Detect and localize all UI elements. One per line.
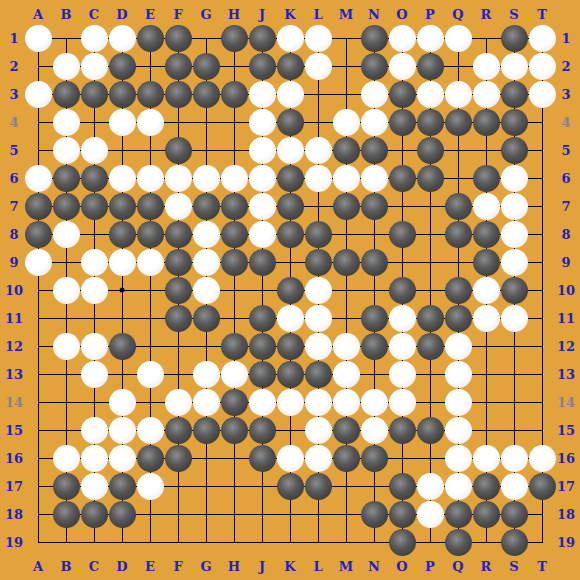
- intersection-A16[interactable]: [24, 444, 52, 472]
- intersection-N11[interactable]: [360, 304, 388, 332]
- intersection-F17[interactable]: [164, 472, 192, 500]
- intersection-B18[interactable]: [52, 500, 80, 528]
- intersection-L12[interactable]: [304, 332, 332, 360]
- intersection-N10[interactable]: [360, 276, 388, 304]
- intersection-L11[interactable]: [304, 304, 332, 332]
- intersection-P8[interactable]: [416, 220, 444, 248]
- intersection-R11[interactable]: [472, 304, 500, 332]
- intersection-Q18[interactable]: [444, 500, 472, 528]
- intersection-B19[interactable]: [52, 528, 80, 556]
- intersection-J14[interactable]: [248, 388, 276, 416]
- intersection-O19[interactable]: [388, 528, 416, 556]
- intersection-K4[interactable]: [276, 108, 304, 136]
- intersection-H6[interactable]: [220, 164, 248, 192]
- intersection-E14[interactable]: [136, 388, 164, 416]
- intersection-S11[interactable]: [500, 304, 528, 332]
- intersection-C17[interactable]: [80, 472, 108, 500]
- intersection-O9[interactable]: [388, 248, 416, 276]
- intersection-R10[interactable]: [472, 276, 500, 304]
- intersection-Q6[interactable]: [444, 164, 472, 192]
- intersection-E10[interactable]: [136, 276, 164, 304]
- intersection-K8[interactable]: [276, 220, 304, 248]
- intersection-E2[interactable]: [136, 52, 164, 80]
- intersection-J9[interactable]: [248, 248, 276, 276]
- intersection-N14[interactable]: [360, 388, 388, 416]
- intersection-F11[interactable]: [164, 304, 192, 332]
- intersection-L4[interactable]: [304, 108, 332, 136]
- intersection-G6[interactable]: [192, 164, 220, 192]
- intersection-T14[interactable]: [528, 388, 556, 416]
- intersection-O14[interactable]: [388, 388, 416, 416]
- intersection-A15[interactable]: [24, 416, 52, 444]
- intersection-A18[interactable]: [24, 500, 52, 528]
- intersection-N2[interactable]: [360, 52, 388, 80]
- intersection-O10[interactable]: [388, 276, 416, 304]
- intersection-P13[interactable]: [416, 360, 444, 388]
- intersection-M2[interactable]: [332, 52, 360, 80]
- intersection-H12[interactable]: [220, 332, 248, 360]
- intersection-D10[interactable]: [108, 276, 136, 304]
- intersection-A1[interactable]: [24, 24, 52, 52]
- intersection-T10[interactable]: [528, 276, 556, 304]
- intersection-G17[interactable]: [192, 472, 220, 500]
- intersection-H4[interactable]: [220, 108, 248, 136]
- intersection-Q3[interactable]: [444, 80, 472, 108]
- intersection-B11[interactable]: [52, 304, 80, 332]
- intersection-G5[interactable]: [192, 136, 220, 164]
- intersection-B6[interactable]: [52, 164, 80, 192]
- intersection-D12[interactable]: [108, 332, 136, 360]
- intersection-B16[interactable]: [52, 444, 80, 472]
- intersection-Q15[interactable]: [444, 416, 472, 444]
- intersection-D7[interactable]: [108, 192, 136, 220]
- intersection-J15[interactable]: [248, 416, 276, 444]
- intersection-H10[interactable]: [220, 276, 248, 304]
- intersection-B7[interactable]: [52, 192, 80, 220]
- intersection-N6[interactable]: [360, 164, 388, 192]
- intersection-R1[interactable]: [472, 24, 500, 52]
- intersection-S4[interactable]: [500, 108, 528, 136]
- intersection-D17[interactable]: [108, 472, 136, 500]
- intersection-C4[interactable]: [80, 108, 108, 136]
- intersection-N1[interactable]: [360, 24, 388, 52]
- intersection-E11[interactable]: [136, 304, 164, 332]
- intersection-R14[interactable]: [472, 388, 500, 416]
- intersection-K2[interactable]: [276, 52, 304, 80]
- intersection-H7[interactable]: [220, 192, 248, 220]
- intersection-M16[interactable]: [332, 444, 360, 472]
- intersection-M18[interactable]: [332, 500, 360, 528]
- intersection-H18[interactable]: [220, 500, 248, 528]
- intersection-H3[interactable]: [220, 80, 248, 108]
- intersection-K5[interactable]: [276, 136, 304, 164]
- intersection-R8[interactable]: [472, 220, 500, 248]
- intersection-G11[interactable]: [192, 304, 220, 332]
- intersection-C11[interactable]: [80, 304, 108, 332]
- intersection-G7[interactable]: [192, 192, 220, 220]
- intersection-O1[interactable]: [388, 24, 416, 52]
- intersection-D16[interactable]: [108, 444, 136, 472]
- intersection-A5[interactable]: [24, 136, 52, 164]
- intersection-B4[interactable]: [52, 108, 80, 136]
- intersection-E15[interactable]: [136, 416, 164, 444]
- intersection-D2[interactable]: [108, 52, 136, 80]
- intersection-H13[interactable]: [220, 360, 248, 388]
- intersection-K12[interactable]: [276, 332, 304, 360]
- intersection-R12[interactable]: [472, 332, 500, 360]
- intersection-P6[interactable]: [416, 164, 444, 192]
- intersection-L5[interactable]: [304, 136, 332, 164]
- intersection-B9[interactable]: [52, 248, 80, 276]
- intersection-S6[interactable]: [500, 164, 528, 192]
- intersection-R3[interactable]: [472, 80, 500, 108]
- intersection-Q13[interactable]: [444, 360, 472, 388]
- intersection-B12[interactable]: [52, 332, 80, 360]
- intersection-F8[interactable]: [164, 220, 192, 248]
- intersection-M13[interactable]: [332, 360, 360, 388]
- intersection-B14[interactable]: [52, 388, 80, 416]
- intersection-K10[interactable]: [276, 276, 304, 304]
- intersection-R2[interactable]: [472, 52, 500, 80]
- intersection-Q17[interactable]: [444, 472, 472, 500]
- intersection-L14[interactable]: [304, 388, 332, 416]
- intersection-S3[interactable]: [500, 80, 528, 108]
- intersection-K13[interactable]: [276, 360, 304, 388]
- intersection-M17[interactable]: [332, 472, 360, 500]
- intersection-L9[interactable]: [304, 248, 332, 276]
- intersection-C6[interactable]: [80, 164, 108, 192]
- intersection-A10[interactable]: [24, 276, 52, 304]
- intersection-R7[interactable]: [472, 192, 500, 220]
- intersection-J18[interactable]: [248, 500, 276, 528]
- intersection-S9[interactable]: [500, 248, 528, 276]
- intersection-C18[interactable]: [80, 500, 108, 528]
- intersection-K3[interactable]: [276, 80, 304, 108]
- intersection-R6[interactable]: [472, 164, 500, 192]
- intersection-B17[interactable]: [52, 472, 80, 500]
- intersection-K16[interactable]: [276, 444, 304, 472]
- intersection-M8[interactable]: [332, 220, 360, 248]
- intersection-M12[interactable]: [332, 332, 360, 360]
- intersection-P9[interactable]: [416, 248, 444, 276]
- intersection-B8[interactable]: [52, 220, 80, 248]
- intersection-J11[interactable]: [248, 304, 276, 332]
- intersection-A4[interactable]: [24, 108, 52, 136]
- intersection-A9[interactable]: [24, 248, 52, 276]
- intersection-M9[interactable]: [332, 248, 360, 276]
- intersection-E19[interactable]: [136, 528, 164, 556]
- intersection-K15[interactable]: [276, 416, 304, 444]
- intersection-C14[interactable]: [80, 388, 108, 416]
- intersection-J17[interactable]: [248, 472, 276, 500]
- intersection-N12[interactable]: [360, 332, 388, 360]
- intersection-K14[interactable]: [276, 388, 304, 416]
- intersection-G18[interactable]: [192, 500, 220, 528]
- intersection-G4[interactable]: [192, 108, 220, 136]
- intersection-P11[interactable]: [416, 304, 444, 332]
- intersection-J6[interactable]: [248, 164, 276, 192]
- intersection-H15[interactable]: [220, 416, 248, 444]
- intersection-F9[interactable]: [164, 248, 192, 276]
- intersection-J3[interactable]: [248, 80, 276, 108]
- intersection-R9[interactable]: [472, 248, 500, 276]
- intersection-B5[interactable]: [52, 136, 80, 164]
- intersection-G15[interactable]: [192, 416, 220, 444]
- intersection-B3[interactable]: [52, 80, 80, 108]
- intersection-T9[interactable]: [528, 248, 556, 276]
- intersection-T17[interactable]: [528, 472, 556, 500]
- intersection-F6[interactable]: [164, 164, 192, 192]
- intersection-K18[interactable]: [276, 500, 304, 528]
- intersection-C5[interactable]: [80, 136, 108, 164]
- intersection-P19[interactable]: [416, 528, 444, 556]
- intersection-B10[interactable]: [52, 276, 80, 304]
- intersection-E6[interactable]: [136, 164, 164, 192]
- intersection-R19[interactable]: [472, 528, 500, 556]
- intersection-F10[interactable]: [164, 276, 192, 304]
- intersection-S15[interactable]: [500, 416, 528, 444]
- intersection-R16[interactable]: [472, 444, 500, 472]
- intersection-H19[interactable]: [220, 528, 248, 556]
- intersection-P17[interactable]: [416, 472, 444, 500]
- intersection-M7[interactable]: [332, 192, 360, 220]
- intersection-R15[interactable]: [472, 416, 500, 444]
- intersection-A8[interactable]: [24, 220, 52, 248]
- intersection-C7[interactable]: [80, 192, 108, 220]
- intersection-F4[interactable]: [164, 108, 192, 136]
- intersection-Q2[interactable]: [444, 52, 472, 80]
- intersection-E16[interactable]: [136, 444, 164, 472]
- intersection-P5[interactable]: [416, 136, 444, 164]
- intersection-C3[interactable]: [80, 80, 108, 108]
- intersection-C16[interactable]: [80, 444, 108, 472]
- intersection-K17[interactable]: [276, 472, 304, 500]
- intersection-M11[interactable]: [332, 304, 360, 332]
- intersection-B1[interactable]: [52, 24, 80, 52]
- intersection-C8[interactable]: [80, 220, 108, 248]
- intersection-R13[interactable]: [472, 360, 500, 388]
- intersection-F13[interactable]: [164, 360, 192, 388]
- intersection-O13[interactable]: [388, 360, 416, 388]
- intersection-B2[interactable]: [52, 52, 80, 80]
- intersection-C13[interactable]: [80, 360, 108, 388]
- intersection-D4[interactable]: [108, 108, 136, 136]
- intersection-M14[interactable]: [332, 388, 360, 416]
- intersection-F19[interactable]: [164, 528, 192, 556]
- intersection-S2[interactable]: [500, 52, 528, 80]
- intersection-D18[interactable]: [108, 500, 136, 528]
- intersection-E8[interactable]: [136, 220, 164, 248]
- intersection-L3[interactable]: [304, 80, 332, 108]
- intersection-C9[interactable]: [80, 248, 108, 276]
- intersection-A13[interactable]: [24, 360, 52, 388]
- intersection-J1[interactable]: [248, 24, 276, 52]
- intersection-G16[interactable]: [192, 444, 220, 472]
- intersection-A12[interactable]: [24, 332, 52, 360]
- intersection-L7[interactable]: [304, 192, 332, 220]
- intersection-O5[interactable]: [388, 136, 416, 164]
- intersection-M6[interactable]: [332, 164, 360, 192]
- intersection-S18[interactable]: [500, 500, 528, 528]
- intersection-L6[interactable]: [304, 164, 332, 192]
- intersection-T11[interactable]: [528, 304, 556, 332]
- intersection-N5[interactable]: [360, 136, 388, 164]
- intersection-K7[interactable]: [276, 192, 304, 220]
- intersection-F18[interactable]: [164, 500, 192, 528]
- intersection-P15[interactable]: [416, 416, 444, 444]
- intersection-G10[interactable]: [192, 276, 220, 304]
- intersection-P4[interactable]: [416, 108, 444, 136]
- intersection-E5[interactable]: [136, 136, 164, 164]
- intersection-G3[interactable]: [192, 80, 220, 108]
- intersection-Q9[interactable]: [444, 248, 472, 276]
- intersection-A6[interactable]: [24, 164, 52, 192]
- intersection-S13[interactable]: [500, 360, 528, 388]
- intersection-L1[interactable]: [304, 24, 332, 52]
- intersection-L10[interactable]: [304, 276, 332, 304]
- intersection-H8[interactable]: [220, 220, 248, 248]
- intersection-N7[interactable]: [360, 192, 388, 220]
- intersection-O2[interactable]: [388, 52, 416, 80]
- intersection-D8[interactable]: [108, 220, 136, 248]
- intersection-R17[interactable]: [472, 472, 500, 500]
- intersection-H9[interactable]: [220, 248, 248, 276]
- intersection-E3[interactable]: [136, 80, 164, 108]
- intersection-G8[interactable]: [192, 220, 220, 248]
- intersection-N18[interactable]: [360, 500, 388, 528]
- intersection-S1[interactable]: [500, 24, 528, 52]
- intersection-E4[interactable]: [136, 108, 164, 136]
- intersection-S14[interactable]: [500, 388, 528, 416]
- intersection-H14[interactable]: [220, 388, 248, 416]
- intersection-M19[interactable]: [332, 528, 360, 556]
- intersection-M1[interactable]: [332, 24, 360, 52]
- intersection-K1[interactable]: [276, 24, 304, 52]
- intersection-G14[interactable]: [192, 388, 220, 416]
- intersection-G13[interactable]: [192, 360, 220, 388]
- intersection-G12[interactable]: [192, 332, 220, 360]
- intersection-S12[interactable]: [500, 332, 528, 360]
- intersection-S7[interactable]: [500, 192, 528, 220]
- intersection-E17[interactable]: [136, 472, 164, 500]
- intersection-J19[interactable]: [248, 528, 276, 556]
- intersection-N4[interactable]: [360, 108, 388, 136]
- intersection-N15[interactable]: [360, 416, 388, 444]
- intersection-D11[interactable]: [108, 304, 136, 332]
- intersection-F12[interactable]: [164, 332, 192, 360]
- intersection-Q16[interactable]: [444, 444, 472, 472]
- intersection-K9[interactable]: [276, 248, 304, 276]
- intersection-E13[interactable]: [136, 360, 164, 388]
- intersection-O6[interactable]: [388, 164, 416, 192]
- intersection-H11[interactable]: [220, 304, 248, 332]
- intersection-G2[interactable]: [192, 52, 220, 80]
- intersection-F16[interactable]: [164, 444, 192, 472]
- intersection-Q19[interactable]: [444, 528, 472, 556]
- intersection-J5[interactable]: [248, 136, 276, 164]
- intersection-L18[interactable]: [304, 500, 332, 528]
- intersection-P12[interactable]: [416, 332, 444, 360]
- intersection-B13[interactable]: [52, 360, 80, 388]
- intersection-G19[interactable]: [192, 528, 220, 556]
- intersection-S17[interactable]: [500, 472, 528, 500]
- intersection-T4[interactable]: [528, 108, 556, 136]
- intersection-Q10[interactable]: [444, 276, 472, 304]
- intersection-S10[interactable]: [500, 276, 528, 304]
- intersection-N13[interactable]: [360, 360, 388, 388]
- intersection-F15[interactable]: [164, 416, 192, 444]
- intersection-Q4[interactable]: [444, 108, 472, 136]
- intersection-J8[interactable]: [248, 220, 276, 248]
- intersection-H17[interactable]: [220, 472, 248, 500]
- intersection-H1[interactable]: [220, 24, 248, 52]
- intersection-C12[interactable]: [80, 332, 108, 360]
- intersection-Q8[interactable]: [444, 220, 472, 248]
- intersection-J4[interactable]: [248, 108, 276, 136]
- intersection-O18[interactable]: [388, 500, 416, 528]
- intersection-T6[interactable]: [528, 164, 556, 192]
- intersection-L19[interactable]: [304, 528, 332, 556]
- intersection-T12[interactable]: [528, 332, 556, 360]
- intersection-T5[interactable]: [528, 136, 556, 164]
- intersection-Q12[interactable]: [444, 332, 472, 360]
- intersection-K6[interactable]: [276, 164, 304, 192]
- intersection-E18[interactable]: [136, 500, 164, 528]
- intersection-C19[interactable]: [80, 528, 108, 556]
- intersection-E12[interactable]: [136, 332, 164, 360]
- intersection-D13[interactable]: [108, 360, 136, 388]
- intersection-K19[interactable]: [276, 528, 304, 556]
- intersection-L8[interactable]: [304, 220, 332, 248]
- intersection-O12[interactable]: [388, 332, 416, 360]
- intersection-T18[interactable]: [528, 500, 556, 528]
- intersection-A11[interactable]: [24, 304, 52, 332]
- intersection-T13[interactable]: [528, 360, 556, 388]
- intersection-N17[interactable]: [360, 472, 388, 500]
- intersection-D1[interactable]: [108, 24, 136, 52]
- intersection-S19[interactable]: [500, 528, 528, 556]
- intersection-O15[interactable]: [388, 416, 416, 444]
- intersection-E9[interactable]: [136, 248, 164, 276]
- intersection-J2[interactable]: [248, 52, 276, 80]
- intersection-T15[interactable]: [528, 416, 556, 444]
- intersection-M15[interactable]: [332, 416, 360, 444]
- intersection-R5[interactable]: [472, 136, 500, 164]
- intersection-E7[interactable]: [136, 192, 164, 220]
- intersection-F7[interactable]: [164, 192, 192, 220]
- intersection-F2[interactable]: [164, 52, 192, 80]
- intersection-C2[interactable]: [80, 52, 108, 80]
- intersection-O11[interactable]: [388, 304, 416, 332]
- intersection-R4[interactable]: [472, 108, 500, 136]
- intersection-P3[interactable]: [416, 80, 444, 108]
- intersection-O7[interactable]: [388, 192, 416, 220]
- intersection-C1[interactable]: [80, 24, 108, 52]
- intersection-M10[interactable]: [332, 276, 360, 304]
- intersection-N3[interactable]: [360, 80, 388, 108]
- intersection-L13[interactable]: [304, 360, 332, 388]
- intersection-T16[interactable]: [528, 444, 556, 472]
- intersection-O4[interactable]: [388, 108, 416, 136]
- intersection-J7[interactable]: [248, 192, 276, 220]
- intersection-P14[interactable]: [416, 388, 444, 416]
- intersection-T19[interactable]: [528, 528, 556, 556]
- intersection-H5[interactable]: [220, 136, 248, 164]
- intersection-L17[interactable]: [304, 472, 332, 500]
- intersection-J10[interactable]: [248, 276, 276, 304]
- intersection-S8[interactable]: [500, 220, 528, 248]
- intersection-L16[interactable]: [304, 444, 332, 472]
